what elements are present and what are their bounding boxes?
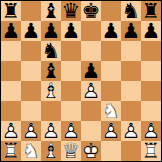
square-c1[interactable]: ♝♗: [41, 141, 61, 161]
square-c4[interactable]: ♝♗: [41, 81, 61, 101]
square-h8[interactable]: ♜: [141, 1, 161, 21]
piece-black-knight: ♞: [121, 1, 141, 21]
piece-outline-glyph: ♗: [41, 81, 61, 101]
square-g8[interactable]: ♞: [121, 1, 141, 21]
piece-outline-glyph: ♗: [41, 141, 61, 161]
piece-black-bishop: ♝: [41, 1, 61, 21]
square-h5[interactable]: [141, 61, 161, 81]
square-c8[interactable]: ♝: [41, 1, 61, 21]
square-d2[interactable]: ♟♙: [61, 121, 81, 141]
piece-outline-glyph: ♔: [81, 141, 101, 161]
square-b1[interactable]: ♞♘: [21, 141, 41, 161]
square-f7[interactable]: ♟: [101, 21, 121, 41]
piece-outline-glyph: ♙: [21, 121, 41, 141]
square-f2[interactable]: ♟♙: [101, 121, 121, 141]
square-a1[interactable]: ♜♖: [1, 141, 21, 161]
square-h7[interactable]: ♟: [141, 21, 161, 41]
piece-black-rook: ♜: [141, 1, 161, 21]
square-b7[interactable]: ♟: [21, 21, 41, 41]
piece-white-queen: ♛♕: [61, 141, 81, 161]
piece-black-king: ♚: [81, 1, 101, 21]
piece-black-pawn: ♟: [141, 21, 161, 41]
piece-black-pawn: ♟: [121, 21, 141, 41]
piece-black-pawn: ♟: [101, 21, 121, 41]
square-f1[interactable]: [101, 141, 121, 161]
square-d8[interactable]: ♛: [61, 1, 81, 21]
piece-white-rook: ♜♖: [141, 141, 161, 161]
square-e6[interactable]: [81, 41, 101, 61]
piece-black-pawn: ♟: [41, 21, 61, 41]
square-g3[interactable]: [121, 101, 141, 121]
square-a5[interactable]: [1, 61, 21, 81]
piece-outline-glyph: ♖: [141, 141, 161, 161]
piece-outline-glyph: ♙: [101, 121, 121, 141]
square-b5[interactable]: [21, 61, 41, 81]
piece-white-pawn: ♟♙: [121, 121, 141, 141]
square-d6[interactable]: [61, 41, 81, 61]
square-b4[interactable]: [21, 81, 41, 101]
square-f5[interactable]: [101, 61, 121, 81]
square-a8[interactable]: ♜: [1, 1, 21, 21]
piece-white-pawn: ♟♙: [101, 121, 121, 141]
piece-outline-glyph: ♕: [61, 141, 81, 161]
piece-outline-glyph: ♘: [21, 141, 41, 161]
square-g4[interactable]: [121, 81, 141, 101]
square-d3[interactable]: [61, 101, 81, 121]
piece-white-pawn: ♟♙: [81, 81, 101, 101]
square-h4[interactable]: [141, 81, 161, 101]
square-d7[interactable]: ♟: [61, 21, 81, 41]
square-a7[interactable]: ♟: [1, 21, 21, 41]
square-b6[interactable]: [21, 41, 41, 61]
square-g1[interactable]: [121, 141, 141, 161]
square-e8[interactable]: ♚: [81, 1, 101, 21]
square-g7[interactable]: ♟: [121, 21, 141, 41]
piece-outline-glyph: ♙: [41, 121, 61, 141]
piece-outline-glyph: ♙: [1, 121, 21, 141]
square-a2[interactable]: ♟♙: [1, 121, 21, 141]
square-a6[interactable]: [1, 41, 21, 61]
piece-black-bishop: ♝: [41, 61, 61, 81]
piece-white-knight: ♞♘: [101, 101, 121, 121]
square-g6[interactable]: [121, 41, 141, 61]
square-h1[interactable]: ♜♖: [141, 141, 161, 161]
piece-black-pawn: ♟: [21, 21, 41, 41]
piece-outline-glyph: ♙: [121, 121, 141, 141]
piece-black-pawn: ♟: [1, 21, 21, 41]
square-c5[interactable]: ♝: [41, 61, 61, 81]
piece-white-rook: ♜♖: [1, 141, 21, 161]
square-f3[interactable]: ♞♘: [101, 101, 121, 121]
piece-white-king: ♚♔: [81, 141, 101, 161]
square-h2[interactable]: ♟♙: [141, 121, 161, 141]
square-e3[interactable]: [81, 101, 101, 121]
piece-outline-glyph: ♖: [1, 141, 21, 161]
piece-white-pawn: ♟♙: [141, 121, 161, 141]
square-a4[interactable]: [1, 81, 21, 101]
square-e7[interactable]: [81, 21, 101, 41]
piece-white-pawn: ♟♙: [41, 121, 61, 141]
square-c2[interactable]: ♟♙: [41, 121, 61, 141]
piece-white-bishop: ♝♗: [41, 81, 61, 101]
piece-black-rook: ♜: [1, 1, 21, 21]
square-e1[interactable]: ♚♔: [81, 141, 101, 161]
piece-black-pawn: ♟: [61, 21, 81, 41]
square-b3[interactable]: [21, 101, 41, 121]
square-h3[interactable]: [141, 101, 161, 121]
square-d5[interactable]: [61, 61, 81, 81]
piece-outline-glyph: ♙: [141, 121, 161, 141]
piece-outline-glyph: ♘: [101, 101, 121, 121]
square-g5[interactable]: [121, 61, 141, 81]
square-f8[interactable]: [101, 1, 121, 21]
piece-outline-glyph: ♙: [61, 121, 81, 141]
square-f4[interactable]: [101, 81, 121, 101]
square-e4[interactable]: ♟♙: [81, 81, 101, 101]
square-f6[interactable]: [101, 41, 121, 61]
square-d1[interactable]: ♛♕: [61, 141, 81, 161]
piece-outline-glyph: ♙: [81, 81, 101, 101]
piece-white-pawn: ♟♙: [1, 121, 21, 141]
piece-black-queen: ♛: [61, 1, 81, 21]
piece-black-knight: ♞: [41, 41, 61, 61]
square-c3[interactable]: [41, 101, 61, 121]
square-c6[interactable]: ♞: [41, 41, 61, 61]
square-c7[interactable]: ♟: [41, 21, 61, 41]
chess-board: ♜♝♛♚♞♜♟♟♟♟♟♟♟♞♝♟♝♗♟♙♞♘♟♙♟♙♟♙♟♙♟♙♟♙♟♙♜♖♞♘…: [0, 0, 162, 162]
piece-white-pawn: ♟♙: [21, 121, 41, 141]
square-g2[interactable]: ♟♙: [121, 121, 141, 141]
square-a3[interactable]: [1, 101, 21, 121]
piece-white-bishop: ♝♗: [41, 141, 61, 161]
piece-white-knight: ♞♘: [21, 141, 41, 161]
square-h6[interactable]: [141, 41, 161, 61]
square-b2[interactable]: ♟♙: [21, 121, 41, 141]
piece-black-pawn: ♟: [81, 61, 101, 81]
square-e5[interactable]: ♟: [81, 61, 101, 81]
square-d4[interactable]: [61, 81, 81, 101]
square-b8[interactable]: [21, 1, 41, 21]
square-e2[interactable]: [81, 121, 101, 141]
piece-white-pawn: ♟♙: [61, 121, 81, 141]
